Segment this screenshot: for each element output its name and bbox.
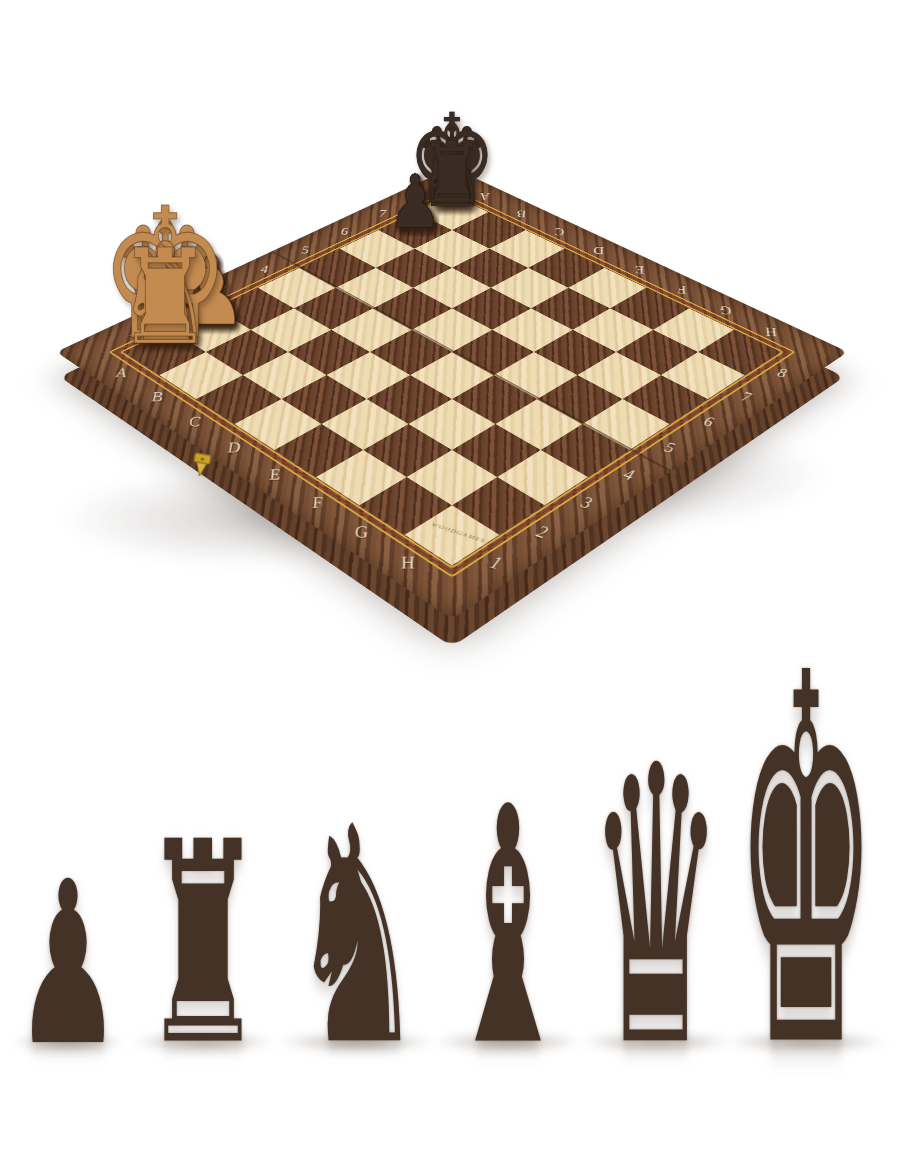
file-label-far-D: D (593, 244, 604, 256)
file-label-far-F: F (677, 283, 686, 296)
square-h2 (452, 477, 545, 535)
square-f4 (452, 375, 537, 424)
brand-text: WOODGAMES (428, 521, 489, 544)
square-h7 (661, 352, 745, 399)
rank-label-right-4: 4 (619, 466, 638, 484)
rank-label-left-8: 8 (415, 191, 424, 202)
square-d3 (327, 352, 411, 399)
file-label-near-A: A (114, 366, 130, 381)
rank-label-right-8: 8 (774, 365, 790, 380)
rank-label-right-1: 1 (485, 553, 507, 574)
rank-label-left-1: 1 (126, 325, 140, 339)
rank-label-left-4: 4 (259, 263, 271, 276)
file-label-near-G: G (354, 523, 369, 542)
rank-label-left-5: 5 (300, 244, 311, 256)
square-h1 (405, 505, 500, 565)
file-label-near-C: C (188, 414, 203, 430)
square-g6 (577, 352, 661, 399)
square-f5 (494, 352, 578, 399)
file-label-far-C: C (554, 226, 564, 238)
file-label-far-H: H (765, 325, 778, 339)
file-label-near-D: D (227, 439, 242, 456)
square-f1 (316, 450, 407, 505)
file-label-far-B: B (516, 208, 527, 220)
rank-label-left-7: 7 (378, 208, 388, 220)
rank-label-right-5: 5 (660, 439, 678, 456)
lineup-pawn: ♟ (14, 851, 122, 1076)
file-label-near-F: F (311, 494, 323, 512)
square-c2 (243, 352, 327, 399)
rank-label-right-7: 7 (738, 389, 755, 405)
square-d2 (281, 375, 366, 424)
file-label-far-E: E (635, 263, 644, 276)
square-g1 (359, 477, 452, 535)
rank-label-right-3: 3 (577, 493, 597, 512)
lineup-knight: ♞ (289, 789, 425, 1087)
square-g3 (452, 424, 541, 477)
rank-label-left-2: 2 (172, 303, 185, 317)
lineup-king: ♚ (735, 610, 877, 1119)
square-h3 (497, 450, 588, 505)
square-g4 (495, 399, 582, 450)
square-h4 (541, 424, 630, 477)
square-e2 (322, 399, 409, 450)
square-e4 (410, 352, 494, 399)
file-label-near-E: E (268, 466, 281, 484)
rank-label-right-2: 2 (532, 522, 553, 542)
square-h5 (582, 399, 669, 450)
lineup-queen: ♛ (589, 717, 724, 1100)
square-h6 (623, 375, 708, 424)
square-f2 (363, 424, 452, 477)
square-d1 (235, 399, 322, 450)
product-photo: WOODGAMES AABBCCDDEEFFGGHH11223344556677… (0, 0, 900, 1174)
lineup-rook: ♜ (142, 806, 265, 1083)
square-f3 (409, 399, 496, 450)
file-label-near-B: B (150, 389, 165, 405)
rank-label-left-3: 3 (216, 283, 228, 296)
file-label-near-H: H (401, 553, 415, 573)
square-c1 (196, 375, 281, 424)
square-e1 (274, 424, 363, 477)
square-e3 (367, 375, 452, 424)
square-g2 (407, 450, 498, 505)
square-b1 (159, 352, 243, 399)
rank-label-left-6: 6 (339, 226, 349, 238)
piece-lineup: ♟♜♞♝♛♚ (0, 600, 900, 1174)
file-label-far-A: A (479, 191, 491, 202)
brass-clasp (184, 450, 219, 485)
square-g5 (537, 375, 622, 424)
rank-label-right-6: 6 (700, 414, 718, 431)
file-label-far-G: G (720, 303, 732, 317)
lineup-bishop: ♝ (445, 765, 571, 1091)
